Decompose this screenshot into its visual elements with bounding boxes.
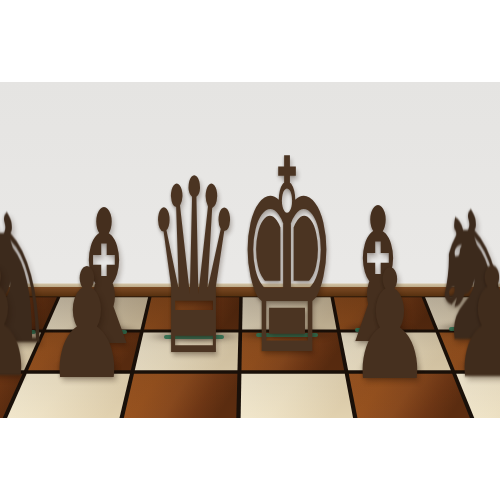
chess-photo-scene: ♞♝♛♚♝♞♟♟♟♟	[0, 0, 500, 500]
photo-margin-bottom	[0, 418, 500, 500]
pawn-piece-b7: ♟	[0, 247, 35, 399]
pawn-piece-f7: ♟	[349, 250, 431, 402]
photo-margin-top	[0, 0, 500, 82]
queen-piece-d8: ♛	[146, 147, 241, 389]
pawn-piece-c7: ♟	[46, 249, 128, 401]
king-piece-e8: ♚	[237, 124, 338, 392]
pawn-piece-g7: ♟	[451, 248, 500, 400]
